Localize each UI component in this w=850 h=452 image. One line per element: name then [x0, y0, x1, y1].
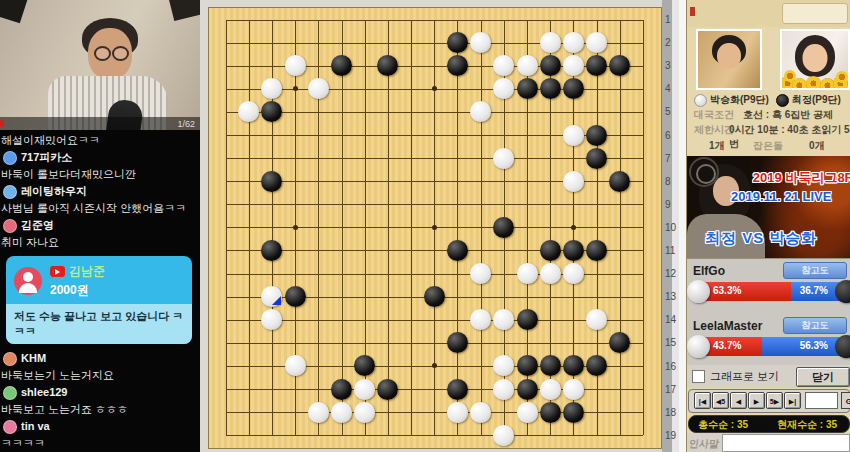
board-point[interactable]: [353, 193, 376, 216]
board-point[interactable]: [631, 100, 654, 123]
board-point[interactable]: [608, 31, 631, 54]
board-point[interactable]: [284, 170, 307, 193]
board-point[interactable]: [214, 401, 237, 424]
board-point[interactable]: [214, 239, 237, 262]
board-point[interactable]: [515, 100, 538, 123]
board-point[interactable]: [608, 123, 631, 146]
board-point[interactable]: [307, 285, 330, 308]
board-point[interactable]: [631, 285, 654, 308]
board-point[interactable]: [423, 193, 446, 216]
board-point[interactable]: [400, 354, 423, 377]
board-point[interactable]: [260, 424, 283, 447]
board-point[interactable]: [330, 123, 353, 146]
board-point[interactable]: [562, 331, 585, 354]
donation-card[interactable]: 김남준2000원저도 수능 끝나고 보고 있습니다 ㅋㅋㅋ: [6, 256, 192, 344]
board-point[interactable]: [330, 77, 353, 100]
board-point[interactable]: [585, 378, 608, 401]
board-point[interactable]: [237, 193, 260, 216]
board-point[interactable]: [608, 100, 631, 123]
board-point[interactable]: [214, 285, 237, 308]
username[interactable]: 레이팅하우지: [21, 183, 87, 200]
board-point[interactable]: [423, 100, 446, 123]
board-point[interactable]: [307, 147, 330, 170]
board-point[interactable]: [539, 100, 562, 123]
board-point[interactable]: [446, 100, 469, 123]
board-point[interactable]: [307, 8, 330, 31]
board-point[interactable]: [446, 123, 469, 146]
board-point[interactable]: [307, 378, 330, 401]
board-point[interactable]: [284, 8, 307, 31]
username[interactable]: 717피카소: [21, 149, 72, 166]
board-point[interactable]: [214, 100, 237, 123]
board-point[interactable]: [515, 123, 538, 146]
board-point[interactable]: [631, 77, 654, 100]
board-point[interactable]: [469, 123, 492, 146]
board-point[interactable]: [492, 170, 515, 193]
board-point[interactable]: [423, 262, 446, 285]
board-point[interactable]: [562, 285, 585, 308]
move-number-input[interactable]: [805, 392, 838, 409]
board-point[interactable]: [608, 424, 631, 447]
board-point[interactable]: [446, 308, 469, 331]
board-point[interactable]: [307, 31, 330, 54]
board-point[interactable]: [539, 216, 562, 239]
board-point[interactable]: [237, 77, 260, 100]
board-point[interactable]: [284, 193, 307, 216]
board-point[interactable]: [400, 123, 423, 146]
board-point[interactable]: [608, 308, 631, 331]
board-point[interactable]: [608, 285, 631, 308]
board-point[interactable]: [492, 285, 515, 308]
board-point[interactable]: [353, 31, 376, 54]
board-point[interactable]: [539, 147, 562, 170]
board-point[interactable]: [608, 216, 631, 239]
board-point[interactable]: [376, 331, 399, 354]
board-point[interactable]: [284, 100, 307, 123]
board-point[interactable]: [376, 239, 399, 262]
board-point[interactable]: [330, 8, 353, 31]
board-point[interactable]: [515, 285, 538, 308]
board-point[interactable]: [631, 8, 654, 31]
board-point[interactable]: [608, 147, 631, 170]
board-point[interactable]: [608, 354, 631, 377]
board-point[interactable]: [237, 262, 260, 285]
board-point[interactable]: [400, 100, 423, 123]
board-point[interactable]: [260, 54, 283, 77]
board-point[interactable]: [214, 54, 237, 77]
board-point[interactable]: [214, 123, 237, 146]
reference-diagram-button[interactable]: 참고도: [783, 317, 847, 334]
board-point[interactable]: [214, 77, 237, 100]
board-point[interactable]: [562, 193, 585, 216]
board-point[interactable]: [353, 424, 376, 447]
board-point[interactable]: [631, 378, 654, 401]
board-point[interactable]: [307, 123, 330, 146]
board-point[interactable]: [492, 331, 515, 354]
board-point[interactable]: [492, 239, 515, 262]
board-point[interactable]: [237, 31, 260, 54]
board-point[interactable]: [284, 123, 307, 146]
board-point[interactable]: [423, 308, 446, 331]
board-point[interactable]: [469, 285, 492, 308]
board-point[interactable]: [400, 54, 423, 77]
board-point[interactable]: [469, 147, 492, 170]
board-point[interactable]: [260, 262, 283, 285]
webcam-video[interactable]: 1/62: [0, 0, 200, 130]
board-point[interactable]: [608, 193, 631, 216]
board-point[interactable]: [423, 239, 446, 262]
board-point[interactable]: [446, 193, 469, 216]
board-point[interactable]: [423, 354, 446, 377]
board-point[interactable]: [608, 239, 631, 262]
greeting-input[interactable]: [722, 434, 850, 452]
board-point[interactable]: [631, 354, 654, 377]
board-point[interactable]: [469, 8, 492, 31]
username[interactable]: tin va: [21, 418, 50, 435]
board-point[interactable]: [376, 354, 399, 377]
board-point[interactable]: [260, 401, 283, 424]
board-point[interactable]: [585, 331, 608, 354]
board-point[interactable]: [608, 262, 631, 285]
board-point[interactable]: [237, 216, 260, 239]
board-point[interactable]: [260, 31, 283, 54]
board-point[interactable]: [423, 331, 446, 354]
board-point[interactable]: [330, 170, 353, 193]
board-point[interactable]: [585, 401, 608, 424]
board-point[interactable]: [330, 193, 353, 216]
board-point[interactable]: [608, 8, 631, 31]
board-point[interactable]: [469, 331, 492, 354]
board-point[interactable]: [307, 424, 330, 447]
board-point[interactable]: [260, 331, 283, 354]
board-point[interactable]: [214, 216, 237, 239]
board-point[interactable]: [353, 331, 376, 354]
board-point[interactable]: [376, 424, 399, 447]
board-point[interactable]: [284, 147, 307, 170]
board-point[interactable]: [585, 216, 608, 239]
board-point[interactable]: [539, 8, 562, 31]
board-point[interactable]: [330, 308, 353, 331]
board-point[interactable]: [631, 31, 654, 54]
board-point[interactable]: [469, 378, 492, 401]
board-point[interactable]: [307, 216, 330, 239]
board-point[interactable]: [330, 331, 353, 354]
nav-forward5-button[interactable]: 5▶: [766, 392, 783, 409]
board-point[interactable]: [330, 216, 353, 239]
board-point[interactable]: [515, 216, 538, 239]
nav-first-button[interactable]: |◀: [694, 392, 711, 409]
board-point[interactable]: [330, 31, 353, 54]
board-point[interactable]: [353, 123, 376, 146]
board-point[interactable]: [237, 331, 260, 354]
board-point[interactable]: [400, 262, 423, 285]
board-point[interactable]: [631, 424, 654, 447]
board-point[interactable]: [400, 147, 423, 170]
board-point[interactable]: [284, 331, 307, 354]
board-point[interactable]: [214, 378, 237, 401]
board-point[interactable]: [631, 308, 654, 331]
board-point[interactable]: [237, 401, 260, 424]
board-point[interactable]: [376, 401, 399, 424]
board-point[interactable]: [515, 147, 538, 170]
board-point[interactable]: [284, 424, 307, 447]
board-point[interactable]: [330, 262, 353, 285]
board-point[interactable]: [539, 308, 562, 331]
board-point[interactable]: [330, 239, 353, 262]
board-point[interactable]: [214, 147, 237, 170]
board-point[interactable]: [631, 216, 654, 239]
board-point[interactable]: [376, 123, 399, 146]
board-point[interactable]: [214, 193, 237, 216]
nav-back5-button[interactable]: ◀5: [712, 392, 729, 409]
board-point[interactable]: [631, 239, 654, 262]
board-point[interactable]: [469, 216, 492, 239]
board-point[interactable]: [307, 170, 330, 193]
board-point[interactable]: [353, 262, 376, 285]
board-point[interactable]: [562, 424, 585, 447]
board-point[interactable]: [515, 193, 538, 216]
board-point[interactable]: [585, 170, 608, 193]
board-point[interactable]: [631, 193, 654, 216]
board-point[interactable]: [585, 193, 608, 216]
board-point[interactable]: [492, 31, 515, 54]
board-point[interactable]: [400, 8, 423, 31]
board-point[interactable]: [260, 8, 283, 31]
board-point[interactable]: [353, 216, 376, 239]
board-point[interactable]: [237, 8, 260, 31]
board-point[interactable]: [214, 424, 237, 447]
board-point[interactable]: [423, 147, 446, 170]
board-point[interactable]: [400, 401, 423, 424]
board-point[interactable]: [307, 354, 330, 377]
board-point[interactable]: [260, 216, 283, 239]
board-point[interactable]: [492, 193, 515, 216]
board-point[interactable]: [423, 54, 446, 77]
board-point[interactable]: [353, 77, 376, 100]
board-point[interactable]: [423, 123, 446, 146]
board-point[interactable]: [214, 262, 237, 285]
board-point[interactable]: [260, 193, 283, 216]
board-point[interactable]: [515, 331, 538, 354]
board-point[interactable]: [539, 285, 562, 308]
board-point[interactable]: [214, 331, 237, 354]
board-point[interactable]: [237, 147, 260, 170]
board-point[interactable]: [585, 77, 608, 100]
board-point[interactable]: [260, 354, 283, 377]
board-point[interactable]: [539, 331, 562, 354]
board-point[interactable]: [307, 331, 330, 354]
board-point[interactable]: [423, 77, 446, 100]
board-point[interactable]: [307, 54, 330, 77]
board-point[interactable]: [284, 262, 307, 285]
board-point[interactable]: [400, 424, 423, 447]
board-point[interactable]: [585, 8, 608, 31]
chat-panel[interactable]: 해설이재밌어요ㅋㅋ717피카소바둑이 롤보다더재밌으니깐레이팅하우지사범님 롤아…: [0, 130, 200, 452]
board-point[interactable]: [330, 354, 353, 377]
broadcast-banner[interactable]: 2019 바둑리그8R 2019.11. 21 LIVE 최정 VS 박승화: [687, 156, 850, 258]
board-point[interactable]: [469, 170, 492, 193]
nav-last-button[interactable]: ▶|: [784, 392, 801, 409]
board-point[interactable]: [608, 378, 631, 401]
board-point[interactable]: [214, 8, 237, 31]
nav-forward-button[interactable]: ▶: [748, 392, 765, 409]
board-point[interactable]: [376, 193, 399, 216]
board-point[interactable]: [284, 378, 307, 401]
board-point[interactable]: [237, 54, 260, 77]
board-point[interactable]: [492, 100, 515, 123]
board-point[interactable]: [237, 308, 260, 331]
board-point[interactable]: [353, 308, 376, 331]
panel-top-tab[interactable]: [782, 3, 848, 24]
board-point[interactable]: [585, 285, 608, 308]
board-point[interactable]: [376, 262, 399, 285]
board-point[interactable]: [423, 378, 446, 401]
board-point[interactable]: [284, 77, 307, 100]
board-point[interactable]: [400, 331, 423, 354]
board-point[interactable]: [284, 308, 307, 331]
board-point[interactable]: [353, 8, 376, 31]
board-point[interactable]: [446, 216, 469, 239]
board-point[interactable]: [446, 285, 469, 308]
board-point[interactable]: [353, 100, 376, 123]
board-point[interactable]: [492, 262, 515, 285]
board-point[interactable]: [260, 123, 283, 146]
board-point[interactable]: [423, 170, 446, 193]
board-point[interactable]: [423, 216, 446, 239]
board-point[interactable]: [307, 308, 330, 331]
board-point[interactable]: [446, 424, 469, 447]
board-point[interactable]: [260, 147, 283, 170]
board-point[interactable]: [353, 170, 376, 193]
nav-back-button[interactable]: ◀: [730, 392, 747, 409]
board-point[interactable]: [237, 378, 260, 401]
board-point[interactable]: [539, 123, 562, 146]
board-point[interactable]: [214, 170, 237, 193]
board-point[interactable]: [631, 170, 654, 193]
board-point[interactable]: [631, 331, 654, 354]
graph-view-checkbox[interactable]: [692, 370, 705, 383]
board-point[interactable]: [515, 170, 538, 193]
board-point[interactable]: [376, 216, 399, 239]
board-point[interactable]: [376, 285, 399, 308]
board-point[interactable]: [237, 285, 260, 308]
board-point[interactable]: [307, 100, 330, 123]
board-point[interactable]: [400, 216, 423, 239]
board-point[interactable]: [539, 424, 562, 447]
board-point[interactable]: [469, 54, 492, 77]
reference-diagram-button[interactable]: 참고도: [783, 262, 847, 279]
board-point[interactable]: [423, 401, 446, 424]
board-point[interactable]: [307, 193, 330, 216]
board-point[interactable]: [330, 100, 353, 123]
board-point[interactable]: [515, 239, 538, 262]
board-point[interactable]: [376, 100, 399, 123]
close-button[interactable]: 닫기: [796, 367, 850, 387]
board-point[interactable]: [469, 239, 492, 262]
board-point[interactable]: [423, 8, 446, 31]
board-point[interactable]: [469, 77, 492, 100]
board-point[interactable]: [376, 308, 399, 331]
board-point[interactable]: [237, 354, 260, 377]
board-point[interactable]: [237, 239, 260, 262]
board-point[interactable]: [400, 31, 423, 54]
board-point[interactable]: [492, 401, 515, 424]
board-point[interactable]: [214, 31, 237, 54]
board-point[interactable]: [469, 193, 492, 216]
board-point[interactable]: [446, 147, 469, 170]
board-point[interactable]: [376, 31, 399, 54]
board-point[interactable]: [330, 424, 353, 447]
board-point[interactable]: [353, 147, 376, 170]
board-point[interactable]: [400, 170, 423, 193]
board-point[interactable]: [539, 193, 562, 216]
board-point[interactable]: [469, 424, 492, 447]
board-point[interactable]: [515, 424, 538, 447]
board-point[interactable]: [400, 239, 423, 262]
board-point[interactable]: [400, 378, 423, 401]
board-point[interactable]: [376, 77, 399, 100]
board-point[interactable]: [446, 354, 469, 377]
board-point[interactable]: [307, 239, 330, 262]
board-point[interactable]: [608, 77, 631, 100]
board-point[interactable]: [446, 170, 469, 193]
board-point[interactable]: [585, 262, 608, 285]
board-point[interactable]: [284, 401, 307, 424]
board-point[interactable]: [631, 147, 654, 170]
board-point[interactable]: [585, 424, 608, 447]
board-point[interactable]: [400, 308, 423, 331]
board-point[interactable]: [562, 8, 585, 31]
board-point[interactable]: [237, 170, 260, 193]
board-point[interactable]: [353, 239, 376, 262]
board-point[interactable]: [376, 8, 399, 31]
board-point[interactable]: [585, 100, 608, 123]
board-point[interactable]: [400, 77, 423, 100]
board-point[interactable]: [423, 424, 446, 447]
board-point[interactable]: [353, 54, 376, 77]
board-point[interactable]: [376, 147, 399, 170]
board-point[interactable]: [214, 308, 237, 331]
board-point[interactable]: [307, 262, 330, 285]
board-point[interactable]: [608, 401, 631, 424]
board-point[interactable]: [631, 262, 654, 285]
board-point[interactable]: [562, 147, 585, 170]
board-point[interactable]: [330, 285, 353, 308]
board-point[interactable]: [631, 54, 654, 77]
board-point[interactable]: [423, 31, 446, 54]
board-point[interactable]: [446, 77, 469, 100]
username[interactable]: 김준영: [21, 217, 54, 234]
board-point[interactable]: [492, 8, 515, 31]
board-point[interactable]: [376, 170, 399, 193]
board-point[interactable]: [353, 285, 376, 308]
board-point[interactable]: [469, 354, 492, 377]
go-button[interactable]: GO: [841, 392, 850, 409]
board-point[interactable]: [214, 354, 237, 377]
board-point[interactable]: [562, 100, 585, 123]
board-point[interactable]: [400, 285, 423, 308]
board-point[interactable]: [515, 8, 538, 31]
board-point[interactable]: [260, 378, 283, 401]
board-point[interactable]: [400, 193, 423, 216]
board-point[interactable]: [492, 123, 515, 146]
username[interactable]: KHM: [21, 350, 46, 367]
board-point[interactable]: [539, 170, 562, 193]
board-point[interactable]: [284, 216, 307, 239]
board-point[interactable]: [631, 401, 654, 424]
username[interactable]: shlee129: [21, 384, 67, 401]
board-point[interactable]: [515, 31, 538, 54]
